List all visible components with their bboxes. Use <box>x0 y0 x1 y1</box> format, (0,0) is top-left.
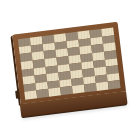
chess-board <box>18 27 121 99</box>
board-frame <box>12 22 126 104</box>
board-square <box>36 89 49 98</box>
board-square <box>108 80 121 89</box>
chess-box <box>12 22 127 118</box>
board-square <box>60 86 73 95</box>
board-square <box>84 83 97 92</box>
product-photo-background <box>0 0 140 140</box>
board-square <box>24 91 37 100</box>
board-square <box>96 82 109 91</box>
board-square <box>72 85 85 94</box>
board-square <box>48 88 61 97</box>
